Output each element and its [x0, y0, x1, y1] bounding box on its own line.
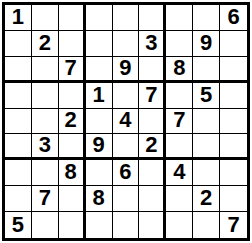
cell-empty[interactable]: [166, 83, 193, 109]
cell-empty[interactable]: [59, 31, 86, 57]
cell-empty[interactable]: [86, 160, 113, 186]
cell-given: 1: [5, 5, 32, 31]
cell-empty[interactable]: [59, 212, 86, 238]
cell-given: 8: [59, 160, 86, 186]
cell-empty[interactable]: [5, 31, 32, 57]
cell-empty[interactable]: [32, 5, 59, 31]
cell-empty[interactable]: [193, 212, 220, 238]
cell-given: 7: [59, 57, 86, 83]
cell-empty[interactable]: [113, 83, 140, 109]
cell-empty[interactable]: [166, 31, 193, 57]
cell-empty[interactable]: [59, 5, 86, 31]
cell-given: 6: [113, 160, 140, 186]
cell-empty[interactable]: [166, 5, 193, 31]
cell-given: 1: [86, 83, 113, 109]
cell-given: 5: [5, 212, 32, 238]
cell-given: 3: [139, 31, 166, 57]
cell-given: 8: [86, 186, 113, 212]
cell-given: 2: [193, 186, 220, 212]
cell-given: 4: [166, 160, 193, 186]
cell-given: 2: [139, 134, 166, 160]
cell-empty[interactable]: [166, 186, 193, 212]
cell-given: 7: [220, 212, 247, 238]
cell-empty[interactable]: [166, 134, 193, 160]
cell-empty[interactable]: [220, 134, 247, 160]
cell-given: 6: [220, 5, 247, 31]
cell-empty[interactable]: [59, 134, 86, 160]
cell-empty[interactable]: [5, 134, 32, 160]
cell-empty[interactable]: [59, 83, 86, 109]
cell-empty[interactable]: [5, 83, 32, 109]
cell-empty[interactable]: [59, 186, 86, 212]
cell-given: 7: [139, 83, 166, 109]
cell-empty[interactable]: [5, 160, 32, 186]
cell-empty[interactable]: [220, 160, 247, 186]
cell-given: 3: [32, 134, 59, 160]
cell-empty[interactable]: [32, 109, 59, 135]
cell-given: 2: [32, 31, 59, 57]
cell-empty[interactable]: [32, 57, 59, 83]
cell-empty[interactable]: [220, 83, 247, 109]
cell-empty[interactable]: [139, 160, 166, 186]
cell-empty[interactable]: [113, 212, 140, 238]
cell-empty[interactable]: [113, 5, 140, 31]
cell-given: 5: [193, 83, 220, 109]
cell-empty[interactable]: [5, 109, 32, 135]
cell-empty[interactable]: [220, 31, 247, 57]
cell-given: 9: [113, 57, 140, 83]
cell-empty[interactable]: [193, 109, 220, 135]
cell-empty[interactable]: [113, 186, 140, 212]
cell-empty[interactable]: [220, 186, 247, 212]
cell-empty[interactable]: [86, 5, 113, 31]
cell-empty[interactable]: [5, 186, 32, 212]
cell-empty[interactable]: [139, 109, 166, 135]
cell-given: 7: [166, 109, 193, 135]
cell-empty[interactable]: [193, 134, 220, 160]
cell-empty[interactable]: [139, 5, 166, 31]
cell-empty[interactable]: [86, 109, 113, 135]
sudoku-board: 1623979817524739286478257: [2, 2, 250, 241]
cell-empty[interactable]: [32, 212, 59, 238]
cell-empty[interactable]: [139, 212, 166, 238]
cell-empty[interactable]: [86, 31, 113, 57]
cell-given: 9: [193, 31, 220, 57]
cell-empty[interactable]: [139, 57, 166, 83]
cell-empty[interactable]: [220, 57, 247, 83]
cell-given: 4: [113, 109, 140, 135]
cell-empty[interactable]: [113, 31, 140, 57]
cell-given: 8: [166, 57, 193, 83]
cell-given: 2: [59, 109, 86, 135]
cell-empty[interactable]: [166, 212, 193, 238]
cell-empty[interactable]: [193, 160, 220, 186]
cell-empty[interactable]: [32, 83, 59, 109]
cell-empty[interactable]: [139, 186, 166, 212]
cell-empty[interactable]: [193, 57, 220, 83]
cell-given: 7: [32, 186, 59, 212]
cell-empty[interactable]: [86, 57, 113, 83]
cell-empty[interactable]: [193, 5, 220, 31]
cell-given: 9: [86, 134, 113, 160]
cell-empty[interactable]: [113, 134, 140, 160]
cell-empty[interactable]: [32, 160, 59, 186]
cell-empty[interactable]: [220, 109, 247, 135]
cell-empty[interactable]: [5, 57, 32, 83]
cell-empty[interactable]: [86, 212, 113, 238]
